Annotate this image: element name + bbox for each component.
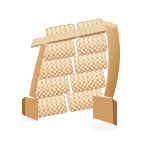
left-foot-side xyxy=(22,97,25,116)
right-foot xyxy=(93,96,113,124)
right-foot-shadow xyxy=(91,123,117,131)
product-photo xyxy=(0,0,150,150)
foot-massager-illustration xyxy=(0,0,150,150)
